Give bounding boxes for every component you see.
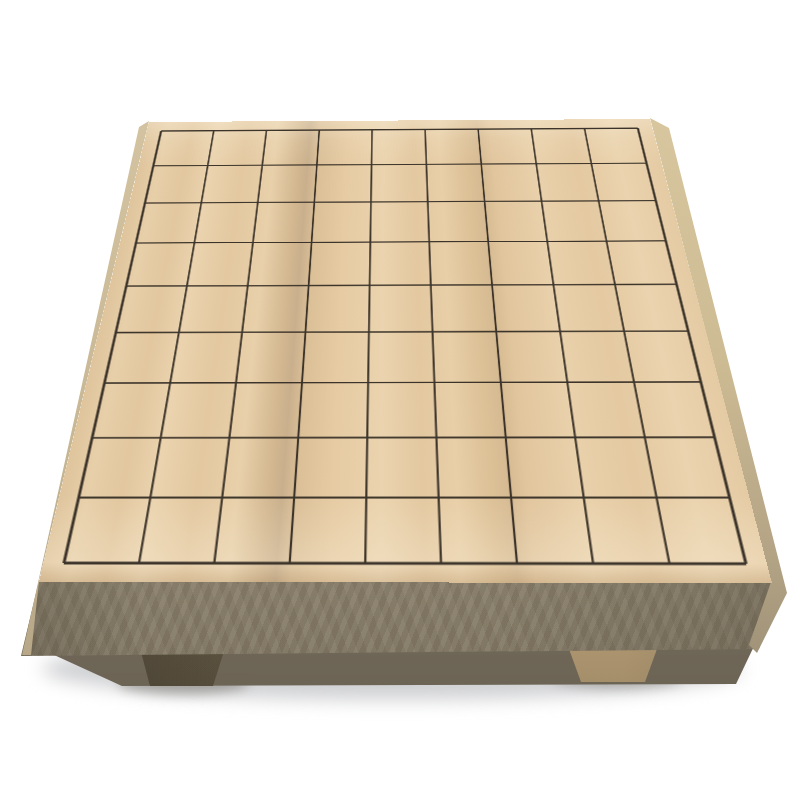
photo-of-empty-shogi-board: Empty 9x9 shogi board with no pieces on … <box>0 0 800 800</box>
board-top-surface <box>39 119 772 583</box>
grid-lines <box>39 119 772 583</box>
